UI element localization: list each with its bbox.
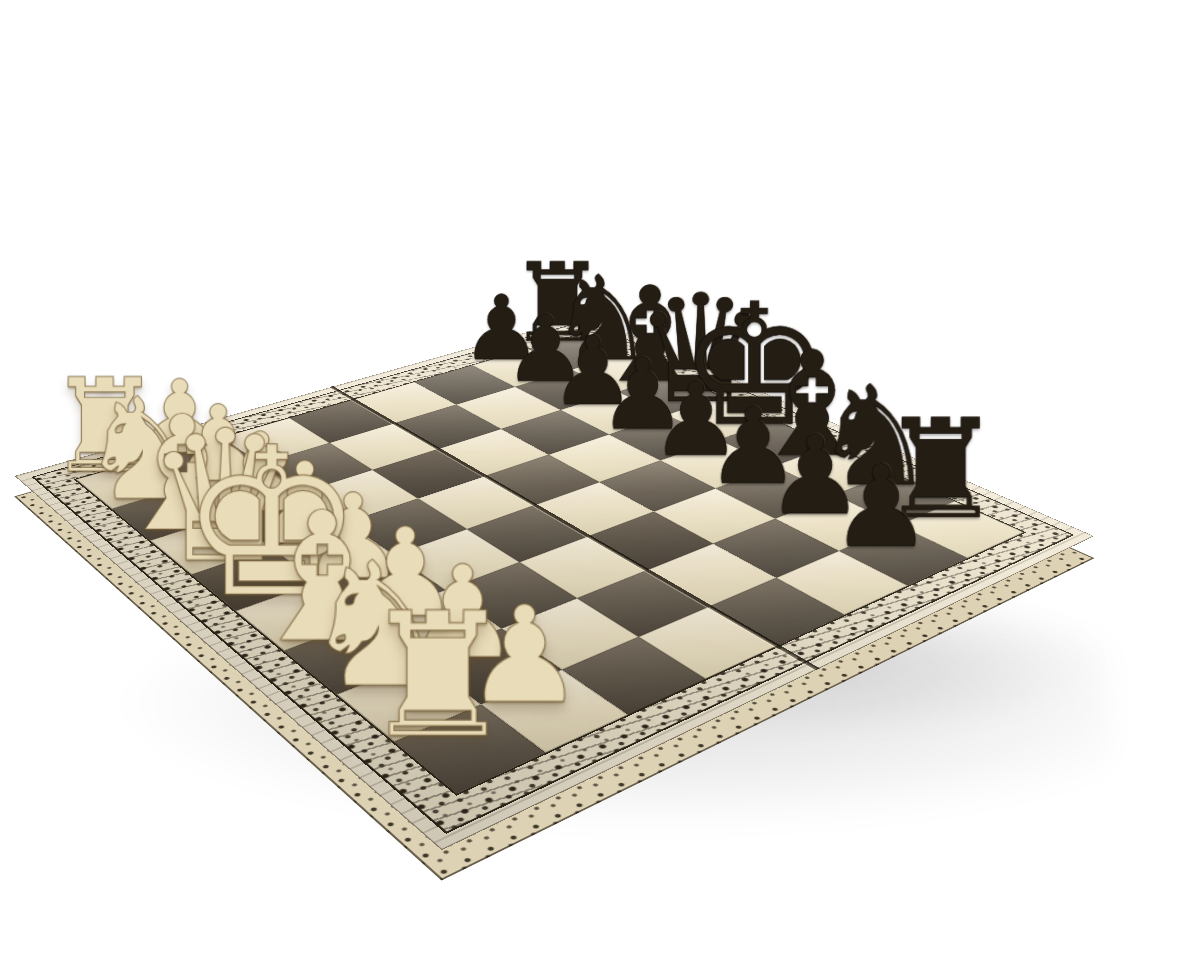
white-rook: ♜ [360, 589, 514, 761]
chess-board: ♜♞♝♛♚♝♞♜♟♟♟♟♟♟♟♟♟♟♟♟♟♟♟♟♜♞♝♛♚♝♞♜ [15, 315, 1094, 850]
scene: ♜♞♝♛♚♝♞♜♟♟♟♟♟♟♟♟♟♟♟♟♟♟♟♟♜♞♝♛♚♝♞♜ [0, 0, 1200, 976]
board-outer-rim: ♜♞♝♛♚♝♞♜♟♟♟♟♟♟♟♟♟♟♟♟♟♟♟♟♜♞♝♛♚♝♞♜ [15, 315, 1094, 850]
penwork-border: ♜♞♝♛♚♝♞♜♟♟♟♟♟♟♟♟♟♟♟♟♟♟♟♟♜♞♝♛♚♝♞♜ [32, 320, 1075, 833]
squares-grid: ♜♞♝♛♚♝♞♜♟♟♟♟♟♟♟♟♟♟♟♟♟♟♟♟♜♞♝♛♚♝♞♜ [74, 333, 1027, 796]
photo-background: ♜♞♝♛♚♝♞♜♟♟♟♟♟♟♟♟♟♟♟♟♟♟♟♟♜♞♝♛♚♝♞♜ [0, 0, 1200, 976]
black-pawn: ♟ [830, 451, 932, 564]
